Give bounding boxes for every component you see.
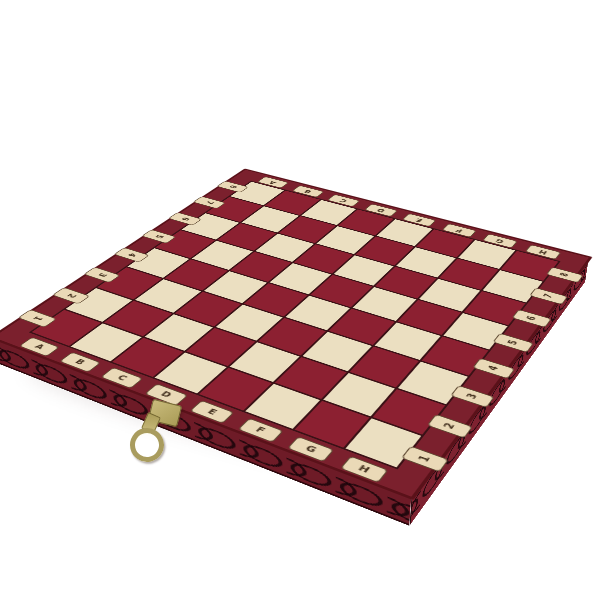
crown-accent-icon [231,310,239,318]
crown-accent-icon [402,169,408,175]
knight-glyph-icon: ♞ [304,356,360,428]
pawn-glyph-icon: ♟ [410,222,442,264]
clasp-ring-icon [127,425,167,465]
pawn-glyph-icon: ♟ [453,233,486,276]
rook-glyph-icon: ♜ [357,376,412,447]
clasp-latch [128,400,188,460]
pieces-layer: ♜♞♝♛♚♝♞♜♟♟♟♟♟♟♟♟♟♟♟♟♟♟♟♟♜♞♝♛♚♝♞♜ [0,170,589,497]
crown-accent-icon [359,168,374,172]
pawn-glyph-icon: ♟ [220,172,250,210]
pawn-glyph-icon: ♟ [292,191,323,231]
pawn-glyph-icon: ♟ [330,201,361,241]
bishop-glyph-icon: ♝ [254,336,311,410]
pawn-glyph-icon: ♟ [370,211,402,252]
chess-set-photo: AABBCCDDEEFFGGHH8877665544332211 ♜♞♝♛♚♝♞… [0,0,600,600]
crown-accent-icon [181,305,200,311]
board: AABBCCDDEEFFGGHH8877665544332211 ♜♞♝♛♚♝♞… [0,168,593,500]
